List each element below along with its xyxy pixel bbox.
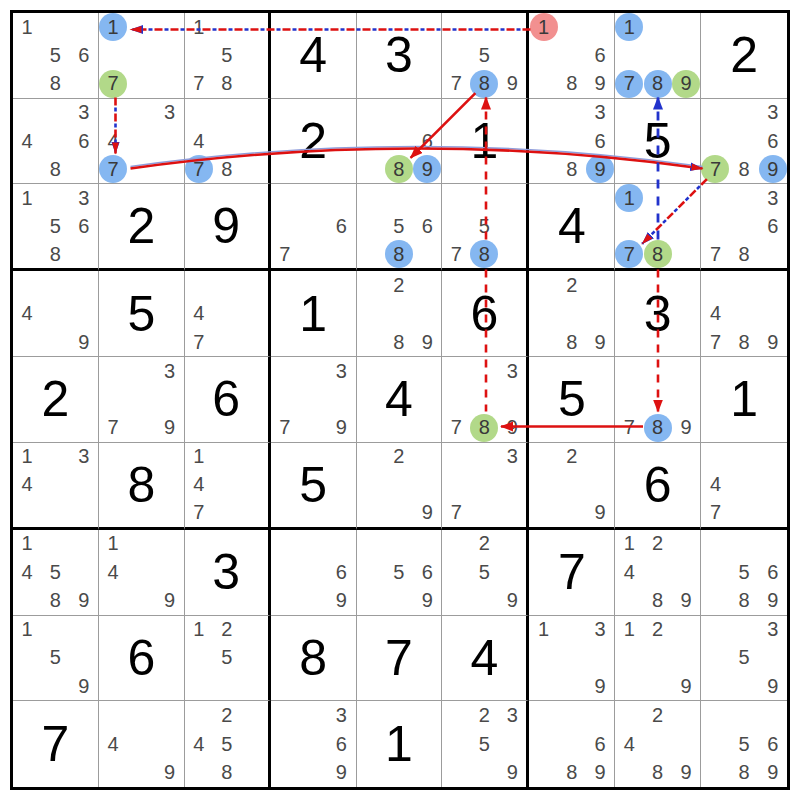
candidate-slot-1: 1 [615,13,643,41]
candidate-3[interactable]: 3 [498,443,526,471]
candidate-8[interactable]: 8 [558,759,586,787]
candidate-slot-1 [357,99,385,127]
cell-r5c1[interactable]: 2 [13,357,99,443]
cell-r5c6[interactable]: 3789 [442,357,529,443]
candidate-grid: 5789 [442,13,526,98]
candidate-7[interactable]: 7 [701,499,729,527]
candidate-slot-7: 7 [99,414,127,442]
candidate-9[interactable]: 9 [586,328,614,356]
candidate-slot-2: 2 [470,701,498,730]
candidate-6[interactable]: 6 [70,41,98,69]
candidate-9[interactable]: 9 [327,586,355,614]
candidate-7[interactable]: 7 [271,414,299,442]
candidate-1-highlight-blue[interactable]: 1 [99,13,127,41]
candidate-slot-2 [730,271,759,299]
cell-r2c2[interactable]: 347 [99,99,185,185]
candidate-8[interactable]: 8 [41,70,69,98]
candidate-2[interactable]: 2 [385,272,413,300]
cell-r7c4[interactable]: 69 [271,530,357,616]
candidate-8[interactable]: 8 [41,586,69,614]
candidate-grid: 12489 [615,530,700,615]
candidate-4[interactable]: 4 [185,730,213,758]
cell-r5c9[interactable]: 1 [701,357,787,443]
candidate-2[interactable]: 2 [558,443,586,471]
candidate-8[interactable]: 8 [730,759,758,787]
candidate-9[interactable]: 9 [672,414,700,442]
candidate-1-highlight-red[interactable]: 1 [530,13,558,41]
candidate-4[interactable]: 4 [13,127,41,155]
candidate-3[interactable]: 3 [759,616,787,644]
candidate-2[interactable]: 2 [644,616,672,644]
candidate-slot-8: 8 [470,69,498,97]
cell-r4c3[interactable]: 47 [185,271,271,357]
candidate-6[interactable]: 6 [413,127,441,155]
candidate-8[interactable]: 8 [41,240,69,268]
cell-r1c6[interactable]: 5789 [442,13,529,99]
candidate-8[interactable]: 8 [213,759,241,787]
candidate-slot-7: 7 [701,499,730,527]
cell-value: 4 [470,633,498,683]
candidate-9[interactable]: 9 [327,414,355,442]
cell-r2c4[interactable]: 2 [271,99,357,185]
candidate-1-highlight-blue[interactable]: 1 [615,13,643,41]
cell-r7c1[interactable]: 14589 [13,530,99,616]
candidate-4[interactable]: 4 [185,471,213,499]
cell-r8c6[interactable]: 4 [442,616,529,702]
candidate-slot-2: 2 [385,271,413,299]
candidate-9[interactable]: 9 [156,759,184,787]
candidate-8[interactable]: 8 [730,240,758,268]
candidate-1[interactable]: 1 [13,443,41,471]
candidate-2[interactable]: 2 [470,702,498,730]
candidate-slot-9 [413,240,441,268]
candidate-slot-8 [385,586,413,614]
cell-r3c6[interactable]: 578 [442,184,529,271]
cell-r8c1[interactable]: 159 [13,616,99,702]
candidate-7[interactable]: 7 [442,70,470,98]
candidate-5[interactable]: 5 [213,41,241,69]
cell-r6c1[interactable]: 134 [13,443,99,530]
candidate-9-highlight-blue[interactable]: 9 [586,155,614,183]
candidate-4[interactable]: 4 [701,300,729,328]
candidate-9[interactable]: 9 [413,586,441,614]
candidate-5[interactable]: 5 [470,41,498,69]
candidate-6[interactable]: 6 [327,558,355,586]
cell-r2c8[interactable]: 5 [615,99,701,185]
candidate-7-highlight-blue[interactable]: 7 [615,70,643,98]
candidate-4[interactable]: 4 [99,730,127,758]
cell-r4c9[interactable]: 4789 [701,271,787,357]
candidate-9[interactable]: 9 [70,328,98,356]
candidate-grid: 3678 [701,184,787,268]
candidate-8-highlight-blue[interactable]: 8 [470,70,498,98]
candidate-5[interactable]: 5 [730,644,758,672]
candidate-4[interactable]: 4 [99,127,127,155]
candidate-5[interactable]: 5 [41,212,69,240]
candidate-slot-2 [558,13,586,41]
candidate-3[interactable]: 3 [498,357,526,385]
candidate-3[interactable]: 3 [327,702,355,730]
candidate-7[interactable]: 7 [185,499,213,527]
candidate-4[interactable]: 4 [13,471,41,499]
candidate-5[interactable]: 5 [470,558,498,586]
candidate-3[interactable]: 3 [156,99,184,127]
cell-r2c6[interactable]: 1 [442,99,529,185]
candidate-3[interactable]: 3 [586,616,614,644]
cell-r2c3[interactable]: 478 [185,99,271,185]
cell-r4c4[interactable]: 1 [271,271,357,357]
cell-r9c6[interactable]: 2359 [442,701,529,787]
candidate-9-highlight-blue[interactable]: 9 [413,155,441,183]
cell-r7c7[interactable]: 7 [529,530,615,616]
candidate-slot-8 [299,414,327,442]
candidate-7-highlight-blue[interactable]: 7 [615,240,643,268]
cell-r3c2[interactable]: 2 [99,184,185,271]
cell-r5c4[interactable]: 379 [271,357,357,443]
candidate-slot-8: 8 [558,155,586,183]
candidate-slot-1: 1 [13,530,41,558]
candidate-1[interactable]: 1 [13,616,41,644]
candidate-9[interactable]: 9 [70,586,98,614]
candidate-9[interactable]: 9 [156,586,184,614]
candidate-2[interactable]: 2 [558,272,586,300]
candidate-3[interactable]: 3 [759,184,787,212]
candidate-5[interactable]: 5 [385,558,413,586]
candidate-9[interactable]: 9 [413,328,441,356]
candidate-8[interactable]: 8 [41,155,69,183]
cell-r2c7[interactable]: 3689 [529,99,615,185]
candidate-4[interactable]: 4 [13,558,41,586]
cell-r1c5[interactable]: 3 [357,13,443,99]
candidate-slot-5: 5 [470,41,498,69]
candidate-5[interactable]: 5 [730,558,758,586]
cell-r4c1[interactable]: 49 [13,271,99,357]
cell-r6c9[interactable]: 47 [701,443,787,530]
candidate-8-highlight-blue[interactable]: 8 [385,240,413,268]
candidate-slot-5: 5 [470,730,498,759]
cell-r2c5[interactable]: 689 [357,99,443,185]
candidate-slot-9: 9 [155,414,183,442]
candidate-slot-9 [70,240,98,268]
candidate-1[interactable]: 1 [530,616,558,644]
candidate-4[interactable]: 4 [13,300,41,328]
candidate-2[interactable]: 2 [644,530,672,558]
cell-r7c2[interactable]: 149 [99,530,185,616]
cell-r3c7[interactable]: 4 [529,184,615,271]
candidate-5[interactable]: 5 [213,730,241,758]
cell-r6c7[interactable]: 29 [529,443,615,530]
candidate-7[interactable]: 7 [442,240,470,268]
cell-r3c3[interactable]: 9 [185,184,271,271]
cell-r9c7[interactable]: 689 [529,701,615,787]
candidate-6[interactable]: 6 [759,558,787,586]
candidate-7[interactable]: 7 [701,328,729,356]
cell-r4c2[interactable]: 5 [99,271,185,357]
candidate-4[interactable]: 4 [185,300,213,328]
cell-r1c7[interactable]: 1689 [529,13,615,99]
candidate-slot-1 [99,357,127,385]
cell-r3c5[interactable]: 568 [357,184,443,271]
candidate-6[interactable]: 6 [759,212,787,240]
candidate-8-highlight-blue[interactable]: 8 [470,240,498,268]
candidate-6[interactable]: 6 [413,212,441,240]
cell-r7c9[interactable]: 5689 [701,530,787,616]
cell-r8c9[interactable]: 359 [701,616,787,702]
candidate-8-highlight-blue[interactable]: 8 [644,414,672,442]
candidate-4[interactable]: 4 [615,558,643,586]
candidate-9[interactable]: 9 [672,759,700,787]
candidate-grid: 578 [442,184,526,268]
candidate-6[interactable]: 6 [70,212,98,240]
cell-r5c5[interactable]: 4 [357,357,443,443]
candidate-7[interactable]: 7 [442,414,470,442]
cell-r2c9[interactable]: 36789 [701,99,787,185]
candidate-slot-3 [413,271,441,299]
candidate-8-highlight-green[interactable]: 8 [385,155,413,183]
candidate-7[interactable]: 7 [99,414,127,442]
cell-r8c2[interactable]: 6 [99,616,185,702]
candidate-9[interactable]: 9 [327,759,355,787]
cell-r9c8[interactable]: 2489 [615,701,701,787]
cell-r1c4[interactable]: 4 [271,13,357,99]
candidate-9-highlight-blue[interactable]: 9 [759,155,787,183]
candidate-7-highlight-green[interactable]: 7 [99,70,127,98]
candidate-grid: 69 [271,530,356,615]
candidate-9[interactable]: 9 [672,672,700,700]
candidate-2[interactable]: 2 [644,702,672,730]
candidate-9[interactable]: 9 [586,70,614,98]
candidate-5[interactable]: 5 [41,41,69,69]
cell-r1c8[interactable]: 1789 [615,13,701,99]
candidate-3[interactable]: 3 [70,99,98,127]
candidate-7[interactable]: 7 [185,328,213,356]
cell-r1c3[interactable]: 1578 [185,13,271,99]
candidate-slot-2 [385,99,413,127]
candidate-slot-6 [70,300,98,328]
candidate-slot-9: 9 [758,672,787,700]
candidate-slot-6: 6 [327,730,355,759]
candidate-9[interactable]: 9 [586,672,614,700]
candidate-slot-4: 4 [701,471,730,499]
cell-r4c7[interactable]: 289 [529,271,615,357]
cell-r7c3[interactable]: 3 [185,530,271,616]
cell-r9c2[interactable]: 49 [99,701,185,787]
candidate-3[interactable]: 3 [327,357,355,385]
cell-r5c7[interactable]: 5 [529,357,615,443]
candidate-1-highlight-blue[interactable]: 1 [615,184,643,212]
candidate-6[interactable]: 6 [586,41,614,69]
cell-r8c5[interactable]: 7 [357,616,443,702]
candidate-7-highlight-blue[interactable]: 7 [185,155,213,183]
candidate-3[interactable]: 3 [759,99,787,127]
cell-r6c2[interactable]: 8 [99,443,185,530]
candidate-5[interactable]: 5 [730,730,758,758]
cell-r4c6[interactable]: 6 [442,271,529,357]
candidate-8[interactable]: 8 [644,759,672,787]
candidate-slot-5: 5 [41,558,69,586]
candidate-slot-7 [357,328,385,356]
cell-r3c4[interactable]: 67 [271,184,357,271]
candidate-slot-5 [470,385,498,413]
candidate-slot-8: 8 [730,240,759,268]
candidate-1[interactable]: 1 [185,443,213,471]
cell-r5c3[interactable]: 6 [185,357,271,443]
candidate-7[interactable]: 7 [185,70,213,98]
candidate-2[interactable]: 2 [213,616,241,644]
candidate-9[interactable]: 9 [498,586,526,614]
candidate-1[interactable]: 1 [13,184,41,212]
candidate-8[interactable]: 8 [730,586,758,614]
cell-r9c9[interactable]: 5689 [701,701,787,787]
candidate-slot-3 [241,13,268,41]
candidate-9[interactable]: 9 [759,328,787,356]
candidate-9[interactable]: 9 [498,414,526,442]
candidate-2[interactable]: 2 [385,443,413,471]
candidate-8-highlight-green[interactable]: 8 [644,240,672,268]
candidate-9[interactable]: 9 [156,414,184,442]
candidate-slot-3 [672,616,700,644]
candidate-3[interactable]: 3 [586,99,614,127]
cell-r8c7[interactable]: 139 [529,616,615,702]
candidate-slot-4 [271,558,299,586]
cell-r3c8[interactable]: 178 [615,184,701,271]
candidate-slot-1 [701,443,730,471]
candidate-slot-3: 3 [758,99,787,127]
candidate-5[interactable]: 5 [41,644,69,672]
candidate-9[interactable]: 9 [413,499,441,527]
candidate-slot-8: 8 [213,69,241,97]
cell-r5c2[interactable]: 379 [99,357,185,443]
candidate-8[interactable]: 8 [385,328,413,356]
candidate-8[interactable]: 8 [213,155,241,183]
candidate-8[interactable]: 8 [213,70,241,98]
cell-r5c8[interactable]: 789 [615,357,701,443]
candidate-slot-1 [357,443,385,471]
cell-r1c2[interactable]: 17 [99,13,185,99]
candidate-3[interactable]: 3 [70,443,98,471]
candidate-1[interactable]: 1 [615,530,643,558]
cell-r9c1[interactable]: 7 [13,701,99,787]
candidate-9[interactable]: 9 [672,586,700,614]
cell-r8c8[interactable]: 129 [615,616,701,702]
candidate-6[interactable]: 6 [759,730,787,758]
cell-r2c1[interactable]: 3468 [13,99,99,185]
cell-r7c8[interactable]: 12489 [615,530,701,616]
candidate-5[interactable]: 5 [470,212,498,240]
cell-r6c4[interactable]: 5 [271,443,357,530]
candidate-6[interactable]: 6 [413,558,441,586]
candidate-7-highlight-blue[interactable]: 7 [99,155,127,183]
candidate-6[interactable]: 6 [759,127,787,155]
cell-r1c9[interactable]: 2 [701,13,787,99]
candidate-6[interactable]: 6 [586,127,614,155]
candidate-1[interactable]: 1 [99,530,127,558]
cell-r3c9[interactable]: 3678 [701,184,787,271]
candidate-9[interactable]: 9 [586,759,614,787]
candidate-8-highlight-green[interactable]: 8 [470,414,498,442]
cell-r9c4[interactable]: 369 [271,701,357,787]
candidate-8[interactable]: 8 [644,586,672,614]
cell-r9c5[interactable]: 1 [357,701,443,787]
candidate-9[interactable]: 9 [498,70,526,98]
candidate-7[interactable]: 7 [701,240,729,268]
candidate-4[interactable]: 4 [99,558,127,586]
candidate-8[interactable]: 8 [558,328,586,356]
cell-r4c5[interactable]: 289 [357,271,443,357]
candidate-1[interactable]: 1 [13,13,41,41]
candidate-slot-1: 1 [185,13,213,41]
candidate-3[interactable]: 3 [498,702,526,730]
cell-value: 1 [299,289,327,339]
candidate-1[interactable]: 1 [13,530,41,558]
candidate-5[interactable]: 5 [41,558,69,586]
cell-r3c1[interactable]: 13568 [13,184,99,271]
candidate-3[interactable]: 3 [156,357,184,385]
cell-r6c6[interactable]: 37 [442,443,529,530]
candidate-2[interactable]: 2 [213,702,241,730]
candidate-slot-1 [701,530,730,558]
candidate-9[interactable]: 9 [70,672,98,700]
candidate-slot-7 [357,155,385,183]
candidate-3[interactable]: 3 [70,184,98,212]
candidate-9[interactable]: 9 [759,586,787,614]
candidate-9-highlight-green[interactable]: 9 [672,70,700,98]
candidate-8[interactable]: 8 [558,155,586,183]
candidate-9[interactable]: 9 [586,499,614,527]
candidate-4[interactable]: 4 [701,471,729,499]
candidate-4[interactable]: 4 [615,730,643,758]
cell-r7c6[interactable]: 259 [442,530,529,616]
cell-value: 8 [127,460,155,510]
cell-r4c8[interactable]: 3 [615,271,701,357]
candidate-1[interactable]: 1 [185,616,213,644]
candidate-5[interactable]: 5 [470,730,498,758]
cell-r9c3[interactable]: 2458 [185,701,271,787]
candidate-7[interactable]: 7 [442,499,470,527]
candidate-1[interactable]: 1 [185,13,213,41]
cell-r7c5[interactable]: 569 [357,530,443,616]
candidate-8[interactable]: 8 [558,70,586,98]
cell-r8c4[interactable]: 8 [271,616,357,702]
candidate-9[interactable]: 9 [759,759,787,787]
candidate-6[interactable]: 6 [327,212,355,240]
candidate-1[interactable]: 1 [615,616,643,644]
candidate-8[interactable]: 8 [730,155,758,183]
candidate-8-highlight-blue[interactable]: 8 [644,70,672,98]
candidate-2[interactable]: 2 [470,530,498,558]
candidate-7[interactable]: 7 [271,240,299,268]
cell-r6c5[interactable]: 29 [357,443,443,530]
candidate-6[interactable]: 6 [586,730,614,758]
candidate-9[interactable]: 9 [498,759,526,787]
cell-r1c1[interactable]: 1568 [13,13,99,99]
cell-r6c8[interactable]: 6 [615,443,701,530]
candidate-9[interactable]: 9 [759,672,787,700]
cell-r6c3[interactable]: 147 [185,443,271,530]
candidate-6[interactable]: 6 [327,730,355,758]
candidate-slot-6 [758,471,787,499]
candidate-8[interactable]: 8 [730,328,758,356]
candidate-7-highlight-green[interactable]: 7 [701,155,729,183]
candidate-5[interactable]: 5 [385,212,413,240]
candidate-4[interactable]: 4 [185,127,213,155]
candidate-6[interactable]: 6 [70,127,98,155]
cell-r8c3[interactable]: 125 [185,616,271,702]
candidate-slot-7: 7 [271,240,299,268]
candidate-slot-7: 7 [99,69,127,97]
candidate-7[interactable]: 7 [615,414,643,442]
candidate-5[interactable]: 5 [213,644,241,672]
